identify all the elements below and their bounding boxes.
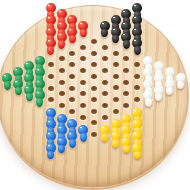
board-hole[interactable] [59, 103, 65, 108]
board-hole[interactable] [48, 97, 54, 102]
board-hole[interactable] [91, 97, 97, 102]
peg-body [177, 81, 184, 90]
board-hole[interactable] [134, 62, 140, 67]
board-hole[interactable] [91, 62, 97, 67]
board-hole[interactable] [91, 109, 97, 114]
board-hole[interactable] [59, 91, 65, 96]
peg-body [112, 35, 119, 44]
board-hole[interactable] [91, 39, 97, 44]
peg-body [134, 151, 141, 160]
pegs-layer [0, 0, 190, 190]
chinese-checkers-scene [0, 0, 190, 190]
board-hole[interactable] [80, 56, 86, 61]
board-hole[interactable] [123, 80, 129, 85]
peg-body [80, 133, 87, 142]
board-hole[interactable] [123, 91, 129, 96]
peg-blue[interactable] [56, 137, 68, 154]
board-hole[interactable] [113, 109, 119, 114]
board-hole[interactable] [48, 62, 54, 67]
board-hole[interactable] [91, 86, 97, 91]
peg-black[interactable] [131, 38, 143, 55]
peg-body [47, 46, 54, 55]
board-hole[interactable] [123, 56, 129, 61]
board-hole[interactable] [69, 109, 75, 114]
peg-body [134, 46, 141, 55]
board-hole[interactable] [102, 91, 108, 96]
peg-body [4, 81, 11, 90]
board-hole[interactable] [80, 91, 86, 96]
board-hole[interactable] [113, 74, 119, 79]
peg-body [15, 87, 22, 96]
board-hole[interactable] [91, 74, 97, 79]
board-hole[interactable] [123, 68, 129, 73]
board-hole[interactable] [80, 103, 86, 108]
peg-body [36, 98, 43, 107]
board-hole[interactable] [102, 45, 108, 50]
peg-white[interactable] [175, 73, 187, 90]
board-hole[interactable] [113, 51, 119, 56]
board-hole[interactable] [69, 74, 75, 79]
peg-red[interactable] [77, 21, 89, 38]
board-hole[interactable] [102, 80, 108, 85]
board-hole[interactable] [102, 56, 108, 61]
board-hole[interactable] [113, 85, 119, 90]
peg-red[interactable] [66, 27, 78, 44]
peg-green[interactable] [34, 90, 46, 107]
board-hole[interactable] [59, 80, 65, 85]
peg-blue[interactable] [66, 131, 78, 148]
peg-body [112, 139, 119, 148]
peg-body [58, 145, 65, 154]
board-hole[interactable] [102, 115, 108, 120]
peg-body [123, 40, 130, 49]
peg-body [123, 145, 130, 154]
peg-red[interactable] [56, 32, 68, 49]
peg-body [101, 133, 108, 142]
board-hole[interactable] [91, 51, 97, 56]
peg-body [26, 93, 33, 102]
board-hole[interactable] [134, 97, 140, 102]
peg-body [69, 139, 76, 148]
peg-yellow[interactable] [131, 143, 143, 160]
board-hole[interactable] [80, 80, 86, 85]
board-hole[interactable] [59, 68, 65, 73]
board-hole[interactable] [113, 97, 119, 102]
board-hole[interactable] [69, 97, 75, 102]
board-hole[interactable] [123, 103, 129, 108]
board-hole[interactable] [59, 56, 65, 61]
board-hole[interactable] [80, 45, 86, 50]
board-hole[interactable] [69, 86, 75, 91]
board-hole[interactable] [102, 68, 108, 73]
peg-body [166, 87, 173, 96]
peg-body [145, 98, 152, 107]
peg-white[interactable] [164, 79, 176, 96]
peg-body [155, 93, 162, 102]
peg-white[interactable] [142, 90, 154, 107]
board-hole[interactable] [80, 115, 86, 120]
board-hole[interactable] [91, 132, 97, 137]
board-hole[interactable] [69, 62, 75, 67]
peg-blue[interactable] [77, 125, 89, 142]
board-hole[interactable] [113, 62, 119, 67]
peg-body [80, 29, 87, 38]
peg-red[interactable] [45, 38, 57, 55]
board-hole[interactable] [102, 103, 108, 108]
board-hole[interactable] [48, 74, 54, 79]
board-hole[interactable] [80, 68, 86, 73]
peg-body [69, 35, 76, 44]
peg-blue[interactable] [45, 143, 57, 160]
peg-white[interactable] [153, 85, 165, 102]
board-hole[interactable] [48, 86, 54, 91]
board-hole[interactable] [134, 74, 140, 79]
board-hole[interactable] [134, 85, 140, 90]
peg-body [47, 151, 54, 160]
peg-body [58, 40, 65, 49]
board-hole[interactable] [69, 51, 75, 56]
board-hole[interactable] [91, 120, 97, 125]
peg-body [101, 29, 108, 38]
